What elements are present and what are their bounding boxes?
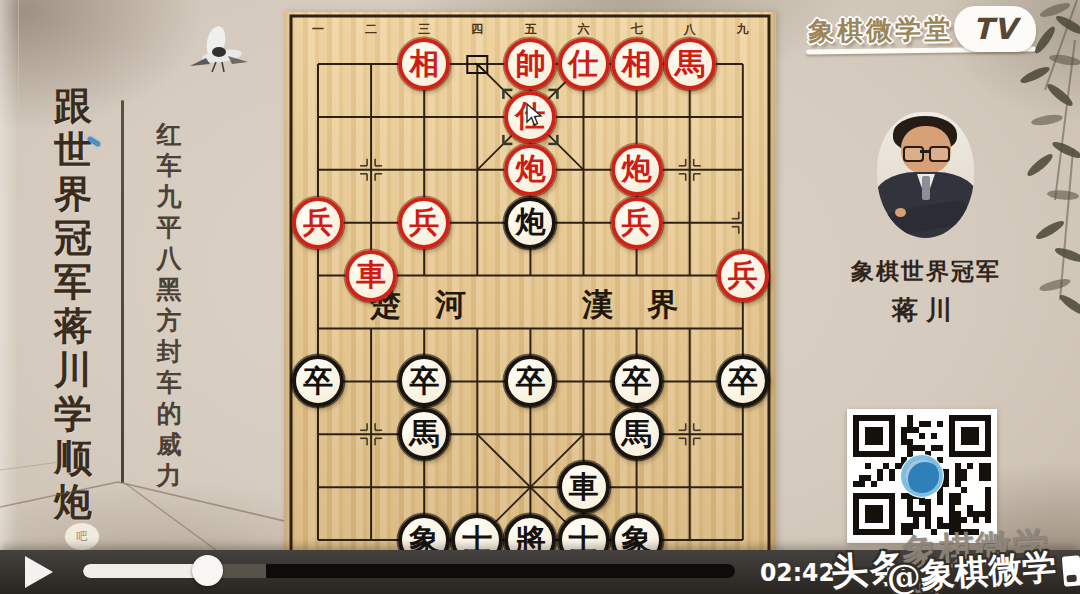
column-label-6: 六 <box>574 21 594 38</box>
red-piece-炮[interactable]: 炮 <box>504 144 556 196</box>
black-piece-炮[interactable]: 炮 <box>504 197 556 249</box>
black-piece-卒[interactable]: 卒 <box>292 355 344 407</box>
vertical-char: 九 <box>157 181 182 212</box>
vertical-char: 车 <box>157 150 182 181</box>
column-label-1: 一 <box>308 21 328 38</box>
vertical-char: 世 <box>54 128 92 172</box>
vertical-char: 的 <box>157 398 182 429</box>
vertical-char: 平 <box>157 212 182 243</box>
glasses-bridge <box>920 150 930 153</box>
red-piece-馬[interactable]: 馬 <box>664 38 716 90</box>
watermark-corner-chip <box>1062 555 1080 586</box>
crane-bird-decoration <box>176 22 260 78</box>
presenter-name: 蒋川 <box>846 293 1006 328</box>
vertical-char: 八 <box>157 243 182 274</box>
vertical-char: 学 <box>54 392 92 436</box>
glasses-icon <box>929 146 950 162</box>
vertical-char: 方 <box>157 305 182 336</box>
portrait-tie <box>922 176 930 200</box>
red-piece-仕[interactable]: 仕 <box>558 38 610 90</box>
qr-code <box>847 409 997 543</box>
progress-played <box>83 564 207 578</box>
black-piece-車[interactable]: 車 <box>558 461 610 513</box>
lesson-subtitle-vertical: 红车九平八黑方封车的威力 <box>153 119 185 491</box>
column-label-9: 九 <box>733 21 753 38</box>
red-piece-相[interactable]: 相 <box>611 38 663 90</box>
vertical-char: 威 <box>157 429 182 460</box>
vertical-char: 蒋 <box>54 304 92 348</box>
glasses-icon <box>903 146 924 162</box>
vertical-char: 力 <box>157 460 182 491</box>
column-label-5: 五 <box>520 21 540 38</box>
column-label-7: 七 <box>627 21 647 38</box>
red-piece-相[interactable]: 相 <box>398 38 450 90</box>
vertical-char: 冠 <box>54 216 92 260</box>
column-label-8: 八 <box>680 21 700 38</box>
frame-edge <box>0 0 19 594</box>
pebble-scribble: 吧 <box>77 529 88 544</box>
play-button[interactable] <box>25 556 53 588</box>
progress-bar-track[interactable] <box>83 564 735 578</box>
xiangqi-board[interactable]: 一二三四五六七八九 楚河 漢界 相帥仕相馬仕炮炮兵兵兵車兵炮卒卒卒卒卒馬馬車象士… <box>284 12 776 594</box>
video-frame: 跟世界冠军蒋川学顺炮 红车九平八黑方封车的威力 吧 一二三四五六七八九 楚河 漢… <box>0 0 1080 594</box>
red-piece-炮[interactable]: 炮 <box>611 144 663 196</box>
time-display: 02:42 <box>760 558 835 587</box>
river-text-right: 漢界 <box>582 284 678 320</box>
pebble-sketch: 吧 <box>64 522 100 551</box>
column-label-3: 三 <box>414 21 434 38</box>
vertical-char: 川 <box>54 348 92 392</box>
red-piece-車[interactable]: 車 <box>345 250 397 302</box>
qr-center-logo <box>900 454 944 498</box>
vertical-char: 跟 <box>54 84 92 128</box>
red-piece-兵[interactable]: 兵 <box>717 250 769 302</box>
column-label-2: 二 <box>361 21 381 38</box>
logo-tv-text: TV <box>973 12 1017 46</box>
red-piece-仕[interactable]: 仕 <box>504 91 556 143</box>
red-piece-帥[interactable]: 帥 <box>504 38 556 90</box>
vertical-char: 黑 <box>157 274 182 305</box>
black-piece-馬[interactable]: 馬 <box>611 408 663 460</box>
column-label-4: 四 <box>467 21 487 38</box>
red-piece-兵[interactable]: 兵 <box>611 197 663 249</box>
black-piece-卒[interactable]: 卒 <box>717 355 769 407</box>
black-piece-卒[interactable]: 卒 <box>611 355 663 407</box>
presenter-title: 象棋世界冠军 <box>846 256 1006 287</box>
logo-tv-bubble: TV <box>954 6 1036 52</box>
red-piece-兵[interactable]: 兵 <box>292 197 344 249</box>
logo-text: 象棋微学堂 <box>808 12 954 50</box>
channel-logo: TV 象棋微学堂 <box>790 2 1050 62</box>
title-divider-line <box>121 100 124 483</box>
vertical-char: 封 <box>157 336 182 367</box>
river-char: 界 <box>647 284 678 320</box>
presenter-photo <box>877 112 974 238</box>
vertical-char: 军 <box>54 260 92 304</box>
river-char: 漢 <box>582 284 613 320</box>
vertical-char: 界 <box>54 172 92 216</box>
vertical-char: 车 <box>157 367 182 398</box>
vertical-char: 红 <box>157 119 182 150</box>
vertical-char: 顺 <box>54 436 92 480</box>
progress-handle[interactable] <box>192 555 223 586</box>
portrait-hand <box>895 208 906 217</box>
red-piece-兵[interactable]: 兵 <box>398 197 450 249</box>
river-char: 河 <box>435 284 466 320</box>
vertical-char: 炮 <box>54 480 92 524</box>
lesson-title-vertical: 跟世界冠军蒋川学顺炮 <box>50 84 96 524</box>
